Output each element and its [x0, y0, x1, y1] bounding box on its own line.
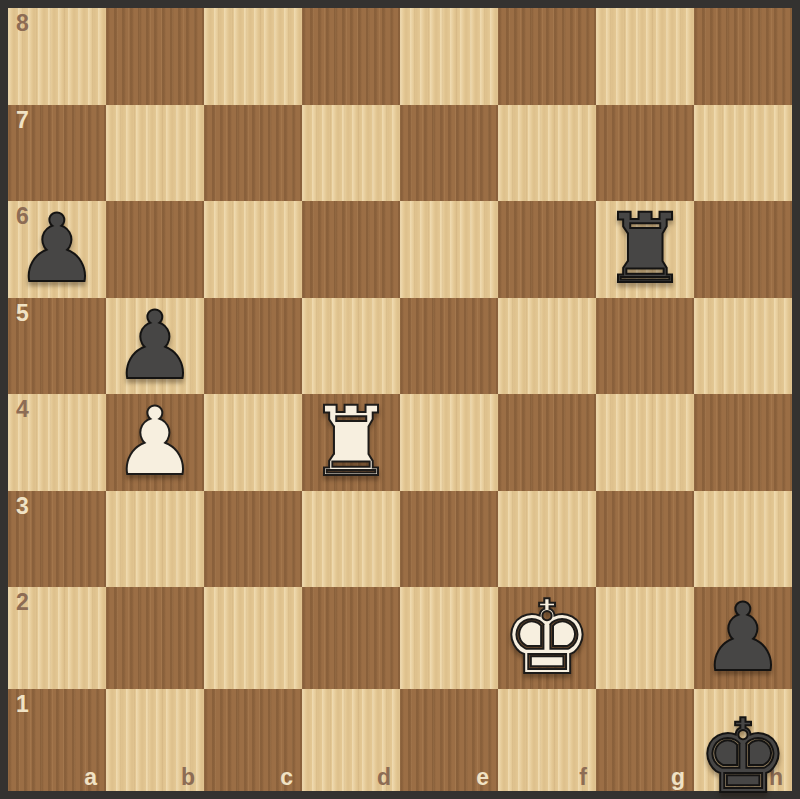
rank-label-3: 3: [16, 494, 29, 519]
black-king-h1[interactable]: ♚: [697, 706, 788, 799]
square-f3[interactable]: [498, 491, 596, 588]
square-f4[interactable]: [498, 394, 596, 491]
square-c6[interactable]: [204, 201, 302, 298]
square-b2[interactable]: [106, 587, 204, 689]
square-e4[interactable]: [400, 394, 498, 491]
chessboard: 876♟♜5♟4♟♜32♚♟1abcdefgh♚: [8, 8, 792, 791]
rank-label-5: 5: [16, 301, 29, 326]
white-pawn-b4[interactable]: ♟: [113, 395, 197, 489]
black-rook-g6[interactable]: ♜: [602, 201, 688, 297]
square-a3[interactable]: 3: [8, 491, 106, 588]
square-h3[interactable]: [694, 491, 792, 588]
square-c4[interactable]: [204, 394, 302, 491]
square-b5[interactable]: ♟: [106, 298, 204, 395]
square-h8[interactable]: [694, 8, 792, 105]
file-label-b: b: [181, 765, 195, 790]
file-label-d: d: [377, 765, 391, 790]
square-g4[interactable]: [596, 394, 694, 491]
square-d3[interactable]: [302, 491, 400, 588]
square-b6[interactable]: [106, 201, 204, 298]
square-d6[interactable]: [302, 201, 400, 298]
chessboard-frame: 876♟♜5♟4♟♜32♚♟1abcdefgh♚: [0, 0, 800, 799]
square-h6[interactable]: [694, 201, 792, 298]
square-d7[interactable]: [302, 105, 400, 202]
square-f6[interactable]: [498, 201, 596, 298]
square-e1[interactable]: e: [400, 689, 498, 791]
square-c2[interactable]: [204, 587, 302, 689]
square-a1[interactable]: 1a: [8, 689, 106, 791]
square-a7[interactable]: 7: [8, 105, 106, 202]
square-a4[interactable]: 4: [8, 394, 106, 491]
square-g5[interactable]: [596, 298, 694, 395]
rank-label-2: 2: [16, 590, 29, 615]
file-label-e: e: [476, 765, 489, 790]
rank-label-1: 1: [16, 692, 29, 717]
square-h4[interactable]: [694, 394, 792, 491]
square-d5[interactable]: [302, 298, 400, 395]
square-b4[interactable]: ♟: [106, 394, 204, 491]
square-a8[interactable]: 8: [8, 8, 106, 105]
square-b1[interactable]: b: [106, 689, 204, 791]
black-pawn-a6[interactable]: ♟: [15, 202, 99, 296]
square-g3[interactable]: [596, 491, 694, 588]
square-f8[interactable]: [498, 8, 596, 105]
square-c7[interactable]: [204, 105, 302, 202]
square-f1[interactable]: f: [498, 689, 596, 791]
square-d8[interactable]: [302, 8, 400, 105]
square-e6[interactable]: [400, 201, 498, 298]
file-label-g: g: [671, 765, 685, 790]
square-e8[interactable]: [400, 8, 498, 105]
black-pawn-b5[interactable]: ♟: [113, 299, 197, 393]
square-f7[interactable]: [498, 105, 596, 202]
square-d4[interactable]: ♜: [302, 394, 400, 491]
square-d2[interactable]: [302, 587, 400, 689]
white-king-f2[interactable]: ♚: [501, 587, 592, 689]
square-a6[interactable]: 6♟: [8, 201, 106, 298]
square-b7[interactable]: [106, 105, 204, 202]
square-g6[interactable]: ♜: [596, 201, 694, 298]
square-f5[interactable]: [498, 298, 596, 395]
white-rook-d4[interactable]: ♜: [308, 394, 394, 490]
square-b8[interactable]: [106, 8, 204, 105]
square-e2[interactable]: [400, 587, 498, 689]
rank-label-8: 8: [16, 11, 29, 36]
file-label-c: c: [280, 765, 293, 790]
file-label-f: f: [579, 765, 587, 790]
square-c1[interactable]: c: [204, 689, 302, 791]
square-c8[interactable]: [204, 8, 302, 105]
square-g7[interactable]: [596, 105, 694, 202]
square-g1[interactable]: g: [596, 689, 694, 791]
square-e3[interactable]: [400, 491, 498, 588]
square-c5[interactable]: [204, 298, 302, 395]
square-a5[interactable]: 5: [8, 298, 106, 395]
rank-label-7: 7: [16, 108, 29, 133]
square-e5[interactable]: [400, 298, 498, 395]
black-pawn-h2[interactable]: ♟: [701, 591, 785, 685]
square-b3[interactable]: [106, 491, 204, 588]
square-g8[interactable]: [596, 8, 694, 105]
square-g2[interactable]: [596, 587, 694, 689]
square-d1[interactable]: d: [302, 689, 400, 791]
rank-label-4: 4: [16, 397, 29, 422]
file-label-a: a: [84, 765, 97, 790]
square-e7[interactable]: [400, 105, 498, 202]
square-h2[interactable]: ♟: [694, 587, 792, 689]
square-h1[interactable]: h♚: [694, 689, 792, 791]
square-h7[interactable]: [694, 105, 792, 202]
square-h5[interactable]: [694, 298, 792, 395]
square-c3[interactable]: [204, 491, 302, 588]
square-f2[interactable]: ♚: [498, 587, 596, 689]
square-a2[interactable]: 2: [8, 587, 106, 689]
